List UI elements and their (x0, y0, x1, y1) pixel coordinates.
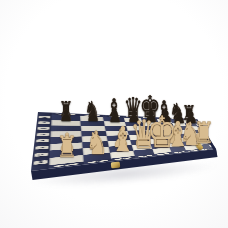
coordinate-label: F (174, 151, 185, 153)
coordinate-label: 7 (196, 124, 200, 126)
coordinate-label: 2 (207, 141, 211, 143)
border-corner (210, 147, 216, 149)
coordinate-label: 8 (39, 116, 49, 119)
coordinate-label: E (157, 153, 170, 155)
coordinate-label: 1 (209, 145, 213, 147)
chess-set-photo: ABCDEFGH8877665544332211ABCDEFGH ♜♞♝♛♚♝♞… (0, 0, 228, 228)
coordinate-label: 4 (203, 134, 207, 136)
brass-clasp-icon (111, 162, 121, 169)
coordinate-label: 1 (34, 160, 47, 165)
coordinate-label: G (188, 150, 198, 152)
coordinate-label: 3 (205, 137, 209, 139)
coord-tile-file-F: F (171, 150, 187, 154)
coordinate-label: 4 (37, 139, 49, 142)
coordinate-label: 6 (198, 127, 202, 129)
coordinate-label: B (87, 160, 107, 164)
coordinate-label: 2 (35, 153, 47, 157)
board-front-edge (0, 0, 228, 228)
coordinate-label: 5 (37, 133, 48, 136)
coordinate-label: 7 (39, 121, 50, 124)
coordinate-label: D (138, 155, 153, 158)
coordinate-label: A (54, 163, 79, 167)
coordinate-label: 6 (38, 127, 49, 130)
coord-tile-file-E: E (154, 152, 172, 156)
chess-pieces-layer: ♜♞♝♛♚♝♞♜♟♟♟♟♟♟♟♟♟♟♟♟♟♟♟♟♜♞♝♛♚♝♞♜ (0, 0, 228, 228)
coordinate-label: 5 (200, 131, 204, 133)
board-right-edge (0, 0, 228, 228)
coordinate-label: 3 (36, 146, 48, 150)
coordinate-label: C (115, 157, 132, 160)
